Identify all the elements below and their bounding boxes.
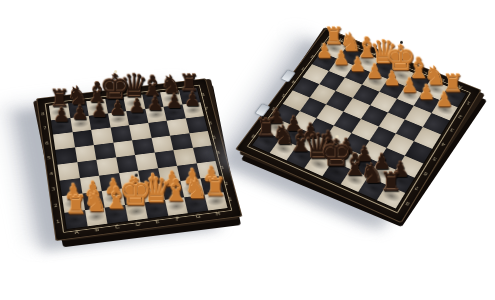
black-pawn-glyph: ♟ — [40, 105, 83, 126]
board-top: ABCDEFGH8877665544332211♜♞♝♚♛♝♞♜♟♟♟♟♟♟♟♟… — [235, 28, 481, 223]
rank-label-left-5: 5 — [47, 155, 51, 160]
rank-label-left-3: 3 — [449, 128, 455, 134]
rank-label-left-5: 5 — [432, 156, 438, 162]
rank-label-left-7: 7 — [43, 126, 47, 131]
rank-label-right-6: 6 — [208, 120, 213, 125]
piece-black-pawn-a7[interactable]: ♟ — [51, 117, 72, 134]
white-pawn-glyph: ♟ — [423, 89, 467, 110]
rank-label-left-4: 4 — [440, 142, 446, 148]
rank-label-left-4: 4 — [49, 171, 53, 176]
rank-label-left-1: 1 — [56, 219, 60, 225]
rank-label-left-6: 6 — [45, 140, 49, 145]
piece-white-rook-a1[interactable]: ♜ — [64, 210, 87, 229]
pieces-layer: ♜♞♝♚♛♝♞♜♟♟♟♟♟♟♟♟♟♟♟♟♟♟♟♟♜♞♝♚♛♝♞♜ — [49, 88, 228, 229]
file-label-b: B — [94, 227, 99, 233]
scene: ABCDEFGH8877665544332211♜♞♝♚♛♝♞♜♟♟♟♟♟♟♟♟… — [0, 0, 495, 300]
chessboard-right: ABCDEFGH8877665544332211♜♞♝♚♛♝♞♜♟♟♟♟♟♟♟♟… — [270, 28, 452, 210]
black-rook-glyph: ♜ — [368, 170, 414, 196]
white-rook-glyph: ♜ — [53, 193, 99, 219]
rank-label-left-2: 2 — [457, 114, 463, 119]
file-label-d: D — [135, 221, 141, 227]
piece-white-pawn-a2[interactable]: ♟ — [432, 100, 458, 121]
rank-label-left-7: 7 — [414, 186, 420, 192]
file-label-e: E — [155, 219, 160, 225]
rank-label-left-1: 1 — [466, 100, 472, 105]
chessboard-left: ABCDEFGH8877665544332211♜♞♝♚♛♝♞♜♟♟♟♟♟♟♟♟… — [45, 65, 225, 245]
rank-label-left-8: 8 — [404, 201, 410, 207]
